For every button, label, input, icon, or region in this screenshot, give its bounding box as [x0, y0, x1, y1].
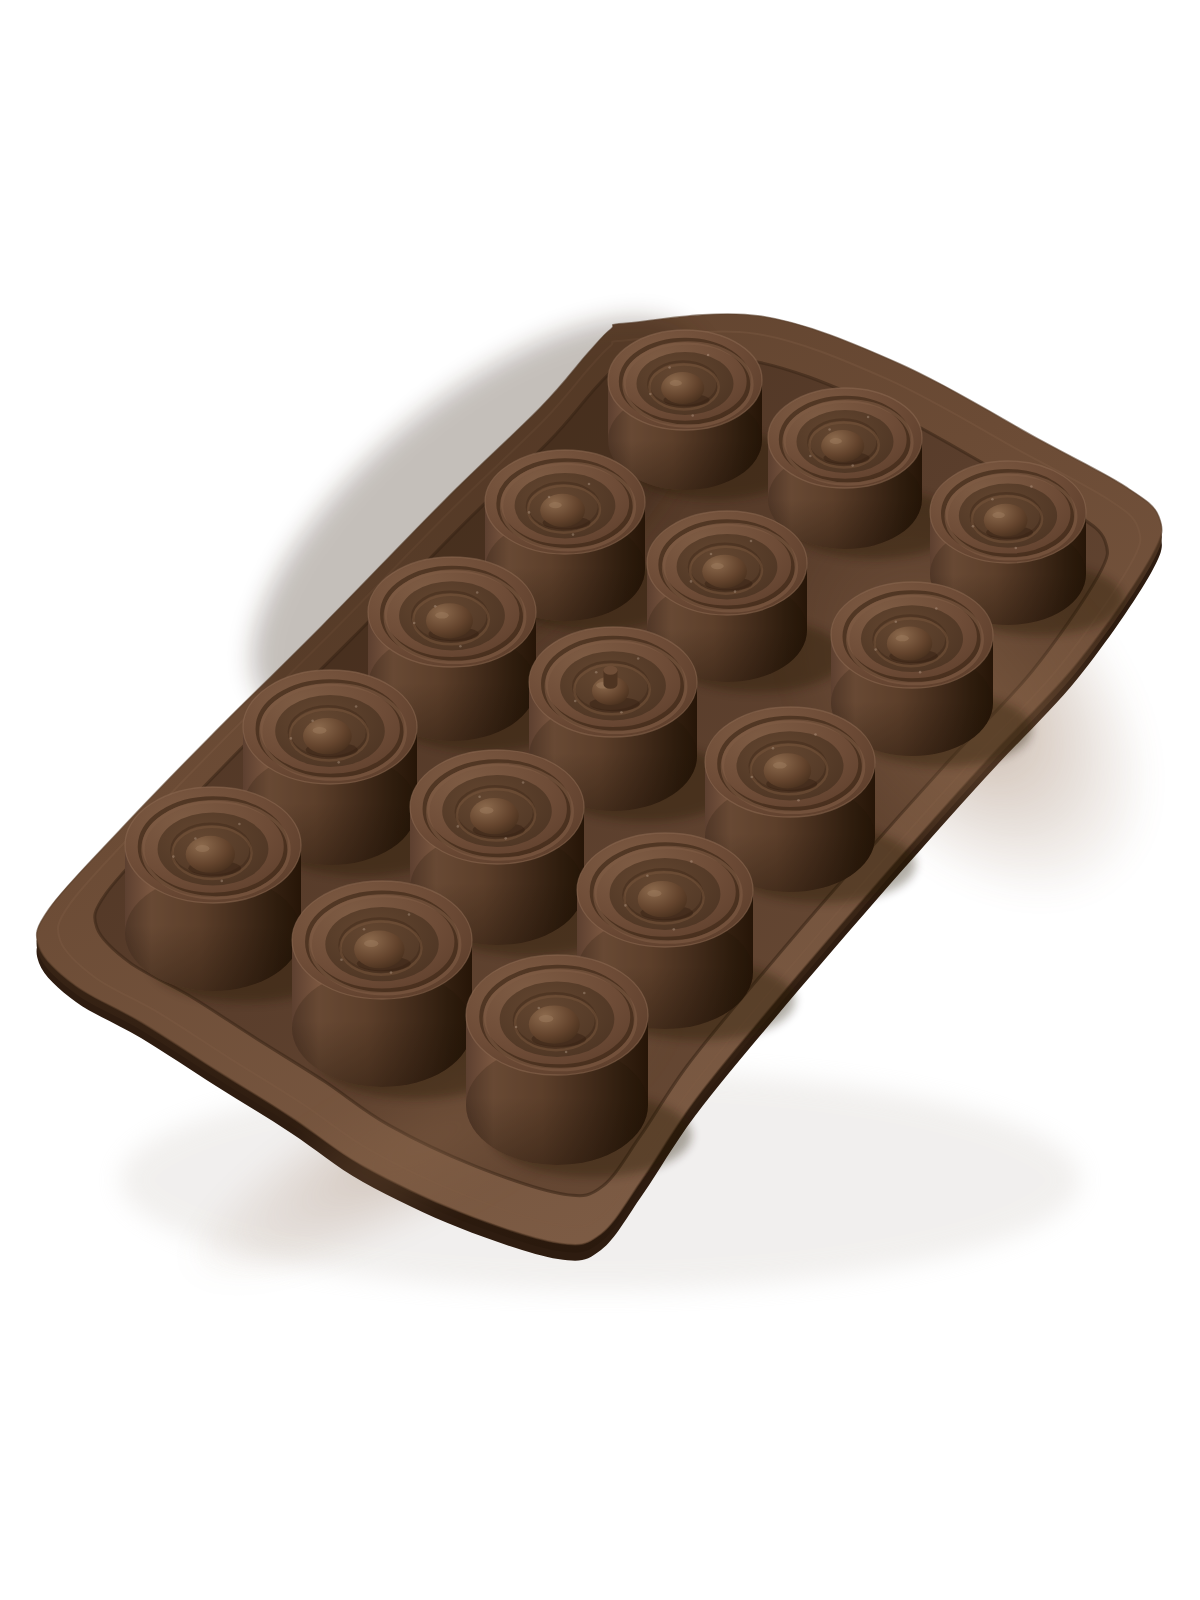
centre-dome	[540, 494, 585, 527]
dome-highlight	[480, 807, 494, 814]
dome-highlight	[896, 635, 909, 641]
dome-highlight	[773, 762, 787, 769]
dust-speck	[238, 823, 241, 826]
dust-speck	[851, 464, 854, 467]
centre-dome	[887, 627, 932, 661]
dust-speck	[478, 795, 481, 798]
dust-speck	[620, 711, 623, 714]
centre-dome	[303, 718, 352, 754]
dust-speck	[750, 776, 753, 779]
dust-speck	[691, 414, 694, 417]
dust-speck	[413, 622, 416, 625]
dust-speck	[935, 607, 938, 610]
dust-speck	[637, 657, 640, 660]
dome-highlight	[313, 727, 327, 734]
dome-highlight	[647, 890, 661, 897]
dust-speck	[809, 455, 812, 458]
dust-speck	[515, 1026, 518, 1029]
dust-speck	[172, 855, 175, 858]
dome-highlight	[195, 845, 209, 852]
dome-highlight	[549, 502, 562, 508]
centre-dome	[354, 931, 404, 969]
dome-highlight	[435, 612, 448, 619]
dust-speck	[734, 590, 737, 593]
dust-speck	[895, 620, 898, 623]
dust-speck	[390, 971, 393, 974]
dome-highlight	[711, 563, 724, 569]
centre-dome	[426, 603, 473, 638]
dust-speck	[750, 540, 753, 543]
dust-speck	[194, 837, 197, 840]
dust-speck	[814, 733, 817, 736]
dust-speck	[668, 366, 671, 369]
dust-speck	[828, 428, 831, 431]
dust-speck	[583, 992, 586, 995]
dust-speck	[690, 860, 693, 863]
centre-dome	[186, 836, 235, 873]
chocolate-mould-photo	[0, 0, 1200, 1600]
dust-speck	[867, 416, 870, 419]
dust-speck	[624, 904, 627, 907]
dust-speck	[707, 354, 710, 357]
dust-speck	[772, 747, 775, 750]
dust-speck	[588, 483, 591, 486]
dust-speck	[355, 705, 358, 708]
dust-speck	[646, 874, 649, 877]
dust-speck	[972, 525, 975, 528]
dome-highlight	[364, 940, 378, 947]
dust-speck	[221, 880, 224, 883]
centre-dome	[984, 504, 1028, 537]
dust-speck	[595, 671, 598, 674]
dust-speck	[991, 498, 994, 501]
dust-speck	[919, 671, 922, 674]
centre-dome	[661, 372, 704, 404]
dome-highlight	[830, 438, 842, 444]
dust-speck	[311, 719, 314, 722]
dust-speck	[528, 511, 531, 514]
dust-speck	[574, 700, 577, 703]
dust-speck	[538, 1007, 541, 1010]
dust-speck	[673, 928, 676, 931]
dust-speck	[504, 837, 507, 840]
tip-top	[603, 666, 617, 675]
dust-speck	[649, 393, 652, 396]
dome-highlight	[992, 512, 1004, 518]
dust-speck	[290, 737, 293, 740]
dust-speck	[476, 591, 479, 594]
centre-dome	[470, 798, 519, 834]
dust-speck	[1030, 485, 1033, 488]
dust-speck	[340, 959, 343, 962]
centre-dome	[821, 430, 864, 462]
dust-speck	[522, 781, 525, 784]
dust-speck	[572, 533, 575, 536]
centre-dome	[638, 881, 687, 917]
dust-speck	[459, 645, 462, 648]
centre-dome	[702, 555, 747, 588]
dust-speck	[548, 496, 551, 499]
dust-speck	[565, 1051, 568, 1054]
centre-dome	[529, 1005, 580, 1043]
dome-highlight	[539, 1015, 554, 1022]
dust-speck	[457, 825, 460, 828]
dome-highlight	[670, 380, 682, 386]
dust-speck	[690, 580, 693, 583]
dust-speck	[1015, 547, 1018, 550]
dust-speck	[363, 928, 366, 931]
dust-speck	[434, 605, 437, 608]
centre-dome	[764, 753, 812, 788]
product-photo-stage	[0, 0, 1200, 1600]
dust-speck	[874, 648, 877, 651]
dust-speck	[408, 913, 411, 916]
dust-speck	[337, 761, 340, 764]
dust-speck	[710, 553, 713, 556]
dust-speck	[797, 799, 800, 802]
